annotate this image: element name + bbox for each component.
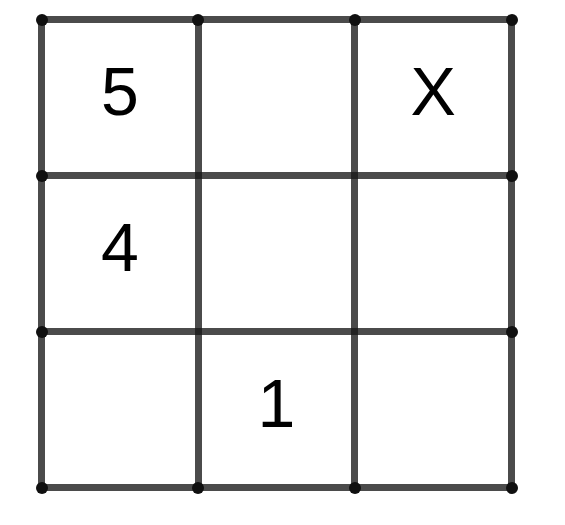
grid-crossing	[351, 328, 358, 335]
grid-endpoint-dot	[36, 326, 48, 338]
cell-r2c1[interactable]: 4	[45, 179, 195, 328]
cell-r3c2[interactable]: 1	[202, 335, 352, 484]
cell-r3c1[interactable]	[45, 335, 195, 484]
cell-r2c2[interactable]	[202, 179, 352, 328]
cell-value: 5	[101, 57, 139, 125]
grid-endpoint-dot	[506, 170, 518, 182]
grid-endpoint-dot	[36, 170, 48, 182]
grid-endpoint-dot	[192, 14, 204, 26]
grid-endpoint-dot	[506, 326, 518, 338]
grid-crossing	[195, 172, 202, 179]
cell-r1c3[interactable]: X	[358, 23, 508, 172]
grid-endpoint-dot	[192, 482, 204, 494]
grid-endpoint-dot	[349, 482, 361, 494]
grid-endpoint-dot	[349, 14, 361, 26]
grid-crossing	[351, 172, 358, 179]
grid-crossing	[195, 328, 202, 335]
grid-endpoint-dot	[36, 482, 48, 494]
cell-r3c3[interactable]	[358, 335, 508, 484]
grid-endpoint-dot	[506, 482, 518, 494]
grid-endpoint-dot	[36, 14, 48, 26]
puzzle-grid: 5 X 4 1	[38, 16, 515, 491]
cell-r1c1[interactable]: 5	[45, 23, 195, 172]
cell-value: 4	[101, 213, 139, 281]
grid-endpoint-dot	[506, 14, 518, 26]
cell-r1c2[interactable]	[202, 23, 352, 172]
cell-r2c3[interactable]	[358, 179, 508, 328]
cell-value: X	[410, 57, 455, 125]
cell-value: 1	[258, 369, 296, 437]
